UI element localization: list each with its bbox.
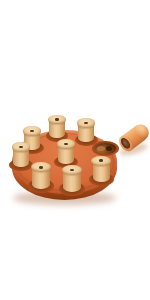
peg-hole-dot-ne [84, 122, 87, 124]
peg-hole-dot-nw [30, 130, 33, 132]
peg-hole-dot-se [99, 159, 102, 162]
open-well-treat-e [97, 146, 105, 151]
product-photo[interactable] [0, 0, 150, 300]
open-well-hole-e [106, 146, 112, 151]
removed-peg [117, 119, 150, 155]
peg-hole-dot-sw [39, 166, 42, 169]
peg-hole-dot-n [55, 118, 58, 120]
